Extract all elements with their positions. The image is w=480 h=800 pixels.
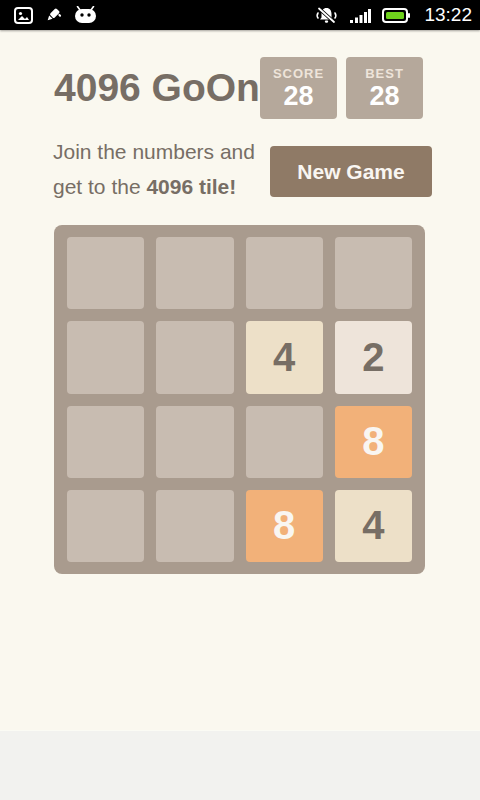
tile-2: 2 bbox=[335, 321, 412, 393]
android-icon bbox=[73, 6, 98, 24]
signal-strength-icon bbox=[349, 7, 371, 24]
empty-cell bbox=[67, 321, 144, 393]
score-box: SCORE 28 bbox=[260, 57, 337, 119]
battery-icon bbox=[382, 8, 410, 23]
screenshot-icon bbox=[14, 7, 33, 24]
page-title: 4096 GoOn bbox=[54, 66, 260, 110]
empty-cell bbox=[156, 490, 233, 562]
empty-cell bbox=[67, 490, 144, 562]
score-label: SCORE bbox=[273, 66, 324, 81]
status-bar: 13:22 bbox=[0, 0, 480, 30]
empty-cell bbox=[67, 406, 144, 478]
empty-cell bbox=[335, 237, 412, 309]
tile-8: 8 bbox=[335, 406, 412, 478]
phone-screen: 13:22 4096 GoOn SCORE 28 BEST 28 Join th… bbox=[0, 0, 480, 800]
new-game-label: New Game bbox=[297, 160, 404, 184]
bottom-ad-strip bbox=[0, 730, 480, 800]
tile-8: 8 bbox=[246, 490, 323, 562]
brush-icon bbox=[44, 6, 62, 24]
new-game-button[interactable]: New Game bbox=[270, 146, 432, 197]
empty-cell bbox=[156, 321, 233, 393]
intro-line1: Join the numbers and bbox=[53, 140, 255, 163]
intro-text: Join the numbers and get to the 4096 til… bbox=[53, 134, 268, 204]
status-icons-left bbox=[14, 6, 98, 24]
best-value: 28 bbox=[369, 81, 399, 111]
empty-cell bbox=[67, 237, 144, 309]
status-icons-right: 13:22 bbox=[315, 0, 472, 30]
intro-goal: 4096 tile! bbox=[146, 175, 236, 198]
empty-cell bbox=[246, 406, 323, 478]
empty-cell bbox=[156, 237, 233, 309]
empty-cell bbox=[156, 406, 233, 478]
best-box: BEST 28 bbox=[346, 57, 423, 119]
empty-cell bbox=[246, 237, 323, 309]
board-grid[interactable]: 42884 bbox=[54, 225, 425, 574]
clock: 13:22 bbox=[424, 0, 472, 30]
intro-line2-prefix: get to the bbox=[53, 175, 146, 198]
best-label: BEST bbox=[365, 66, 404, 81]
vibrate-off-icon bbox=[315, 6, 338, 25]
score-value: 28 bbox=[283, 81, 313, 111]
tile-4: 4 bbox=[335, 490, 412, 562]
tile-4: 4 bbox=[246, 321, 323, 393]
